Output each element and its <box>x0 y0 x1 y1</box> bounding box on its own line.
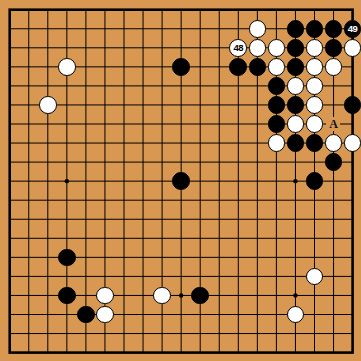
stone-black <box>58 249 76 267</box>
stone-black <box>306 20 324 38</box>
stone-black <box>191 287 209 305</box>
stone-black <box>229 58 247 76</box>
stone-white: 48 <box>229 39 247 57</box>
stone-white <box>39 96 57 114</box>
stone-white <box>287 77 305 95</box>
stone-white <box>287 115 305 133</box>
stone-white <box>344 134 361 152</box>
stone-white <box>268 58 286 76</box>
stone-black <box>287 58 305 76</box>
go-board[interactable]: 4948A <box>0 0 361 361</box>
stone-white <box>96 287 114 305</box>
stone-black <box>77 306 95 324</box>
stone-black <box>325 153 343 171</box>
stone-black <box>325 39 343 57</box>
stone-white <box>96 306 114 324</box>
stone-white <box>306 115 324 133</box>
stone-black <box>344 96 361 114</box>
stone-black <box>287 96 305 114</box>
stone-white <box>249 20 267 38</box>
stone-white <box>306 77 324 95</box>
stone-white <box>344 39 361 57</box>
stone-black <box>58 287 76 305</box>
stone-black <box>287 134 305 152</box>
stone-white <box>306 39 324 57</box>
stone-black: 49 <box>344 20 361 38</box>
stone-white <box>306 268 324 286</box>
stone-white <box>153 287 171 305</box>
stone-black <box>287 20 305 38</box>
stone-black <box>172 58 190 76</box>
stone-white <box>306 58 324 76</box>
stone-white <box>287 306 305 324</box>
stone-white <box>58 58 76 76</box>
stone-black <box>268 96 286 114</box>
stones-layer: 4948A <box>0 0 361 361</box>
stone-black <box>172 172 190 190</box>
move-number-label: 48 <box>233 43 243 53</box>
stone-black <box>306 134 324 152</box>
stone-white <box>268 134 286 152</box>
stone-black <box>325 20 343 38</box>
stone-white <box>249 39 267 57</box>
move-number-label: 49 <box>348 24 358 34</box>
stone-black <box>306 172 324 190</box>
stone-white <box>306 96 324 114</box>
stone-black <box>249 58 267 76</box>
stone-black <box>268 115 286 133</box>
stone-white <box>268 39 286 57</box>
stone-white <box>325 58 343 76</box>
stone-black <box>287 39 305 57</box>
point-label-A: A <box>326 117 340 131</box>
stone-black <box>268 77 286 95</box>
stone-white <box>325 134 343 152</box>
